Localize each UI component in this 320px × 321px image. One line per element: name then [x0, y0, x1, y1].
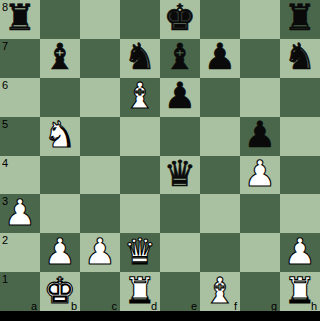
square-f7[interactable]: ♟ — [200, 39, 240, 78]
piece-white-queen[interactable]: ♛ — [124, 233, 156, 271]
square-b3[interactable] — [40, 194, 80, 233]
square-d1[interactable]: ♜ — [120, 272, 160, 311]
square-g6[interactable] — [240, 78, 280, 117]
piece-white-pawn[interactable]: ♟ — [44, 233, 76, 271]
piece-white-pawn[interactable]: ♟ — [4, 194, 36, 232]
square-b8[interactable] — [40, 0, 80, 39]
square-d4[interactable] — [120, 156, 160, 195]
square-f2[interactable] — [200, 233, 240, 272]
chess-app: ♜♚♜♝♞♝♟♞♝♟♞♟♛♟♟♟♟♛♟♚♜♝♜ 87654321abcdefgh — [0, 0, 320, 321]
square-a7[interactable] — [0, 39, 40, 78]
square-a4[interactable] — [0, 156, 40, 195]
square-e6[interactable]: ♟ — [160, 78, 200, 117]
square-g2[interactable] — [240, 233, 280, 272]
square-d6[interactable]: ♝ — [120, 78, 160, 117]
square-f1[interactable]: ♝ — [200, 272, 240, 311]
piece-black-bishop[interactable]: ♝ — [164, 38, 196, 76]
square-a2[interactable] — [0, 233, 40, 272]
square-f8[interactable] — [200, 0, 240, 39]
piece-white-knight[interactable]: ♞ — [44, 116, 76, 154]
square-a5[interactable] — [0, 117, 40, 156]
piece-white-king[interactable]: ♚ — [44, 272, 76, 310]
square-c4[interactable] — [80, 156, 120, 195]
square-c2[interactable]: ♟ — [80, 233, 120, 272]
square-g3[interactable] — [240, 194, 280, 233]
piece-white-rook[interactable]: ♜ — [124, 272, 156, 310]
piece-black-pawn[interactable]: ♟ — [164, 77, 196, 115]
piece-black-queen[interactable]: ♛ — [164, 155, 196, 193]
square-f6[interactable] — [200, 78, 240, 117]
square-d5[interactable] — [120, 117, 160, 156]
piece-black-rook[interactable]: ♜ — [284, 0, 316, 37]
square-c6[interactable] — [80, 78, 120, 117]
square-c5[interactable] — [80, 117, 120, 156]
square-c1[interactable] — [80, 272, 120, 311]
square-h7[interactable]: ♞ — [280, 39, 320, 78]
piece-white-bishop[interactable]: ♝ — [124, 77, 156, 115]
piece-black-king[interactable]: ♚ — [164, 0, 196, 37]
piece-black-bishop[interactable]: ♝ — [44, 38, 76, 76]
piece-black-knight[interactable]: ♞ — [124, 38, 156, 76]
square-e8[interactable]: ♚ — [160, 0, 200, 39]
square-g1[interactable] — [240, 272, 280, 311]
chess-board: ♜♚♜♝♞♝♟♞♝♟♞♟♛♟♟♟♟♛♟♚♜♝♜ — [0, 0, 320, 311]
square-h6[interactable] — [280, 78, 320, 117]
square-a3[interactable]: ♟ — [0, 194, 40, 233]
square-h5[interactable] — [280, 117, 320, 156]
square-d8[interactable] — [120, 0, 160, 39]
square-c8[interactable] — [80, 0, 120, 39]
square-e5[interactable] — [160, 117, 200, 156]
square-e7[interactable]: ♝ — [160, 39, 200, 78]
square-b7[interactable]: ♝ — [40, 39, 80, 78]
square-h1[interactable]: ♜ — [280, 272, 320, 311]
square-h4[interactable] — [280, 156, 320, 195]
square-b5[interactable]: ♞ — [40, 117, 80, 156]
square-e3[interactable] — [160, 194, 200, 233]
square-g7[interactable] — [240, 39, 280, 78]
square-h8[interactable]: ♜ — [280, 0, 320, 39]
piece-black-rook[interactable]: ♜ — [4, 0, 36, 37]
square-f4[interactable] — [200, 156, 240, 195]
square-g5[interactable]: ♟ — [240, 117, 280, 156]
piece-white-pawn[interactable]: ♟ — [244, 155, 276, 193]
square-a6[interactable] — [0, 78, 40, 117]
square-b1[interactable]: ♚ — [40, 272, 80, 311]
square-e4[interactable]: ♛ — [160, 156, 200, 195]
square-b2[interactable]: ♟ — [40, 233, 80, 272]
piece-white-pawn[interactable]: ♟ — [84, 233, 116, 271]
piece-black-pawn[interactable]: ♟ — [244, 116, 276, 154]
square-e1[interactable] — [160, 272, 200, 311]
square-d7[interactable]: ♞ — [120, 39, 160, 78]
piece-white-rook[interactable]: ♜ — [284, 272, 316, 310]
square-h2[interactable]: ♟ — [280, 233, 320, 272]
square-c3[interactable] — [80, 194, 120, 233]
square-g4[interactable]: ♟ — [240, 156, 280, 195]
piece-black-pawn[interactable]: ♟ — [204, 38, 236, 76]
square-b6[interactable] — [40, 78, 80, 117]
piece-black-knight[interactable]: ♞ — [284, 38, 316, 76]
square-d2[interactable]: ♛ — [120, 233, 160, 272]
square-c7[interactable] — [80, 39, 120, 78]
piece-white-bishop[interactable]: ♝ — [204, 272, 236, 310]
square-d3[interactable] — [120, 194, 160, 233]
square-b4[interactable] — [40, 156, 80, 195]
square-g8[interactable] — [240, 0, 280, 39]
square-h3[interactable] — [280, 194, 320, 233]
square-f3[interactable] — [200, 194, 240, 233]
square-a1[interactable] — [0, 272, 40, 311]
square-f5[interactable] — [200, 117, 240, 156]
square-e2[interactable] — [160, 233, 200, 272]
square-a8[interactable]: ♜ — [0, 0, 40, 39]
piece-white-pawn[interactable]: ♟ — [284, 233, 316, 271]
